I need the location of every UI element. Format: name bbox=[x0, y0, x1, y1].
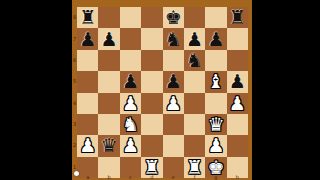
square-f8[interactable] bbox=[184, 7, 205, 28]
piece-black-pawn: ♟ bbox=[101, 29, 118, 50]
square-e6[interactable] bbox=[163, 50, 184, 71]
piece-black-pawn: ♟ bbox=[165, 71, 182, 92]
square-e7[interactable]: ♞ bbox=[163, 28, 184, 49]
square-d4[interactable] bbox=[141, 93, 162, 114]
file-label-e: e bbox=[163, 174, 184, 180]
square-c8[interactable] bbox=[120, 7, 141, 28]
piece-white-pawn: ♟ bbox=[122, 93, 139, 114]
square-a8[interactable]: ♜ bbox=[77, 7, 98, 28]
square-e5[interactable]: ♟ bbox=[163, 71, 184, 92]
square-b7[interactable]: ♟ bbox=[98, 28, 119, 49]
piece-white-queen: ♛ bbox=[207, 114, 224, 135]
square-d7[interactable] bbox=[141, 28, 162, 49]
square-g6[interactable] bbox=[205, 50, 226, 71]
square-f7[interactable]: ♟ bbox=[184, 28, 205, 49]
square-g7[interactable]: ♟ bbox=[205, 28, 226, 49]
piece-black-pawn: ♟ bbox=[207, 29, 224, 50]
piece-black-knight: ♞ bbox=[186, 50, 203, 71]
white-to-move-indicator bbox=[74, 171, 79, 176]
chess-board: 87654321 ♜♚♜♟♟♞♟♟♞♟♟♝♟♟♟♟♞♛♟♛♟♟♜♜♚ abcde… bbox=[72, 0, 252, 180]
square-d5[interactable] bbox=[141, 71, 162, 92]
square-c3[interactable]: ♞ bbox=[120, 114, 141, 135]
piece-black-pawn: ♟ bbox=[186, 29, 203, 50]
file-label-b: b bbox=[98, 174, 119, 180]
piece-black-pawn: ♟ bbox=[229, 71, 246, 92]
piece-white-pawn: ♟ bbox=[79, 135, 96, 156]
square-e8[interactable]: ♚ bbox=[163, 7, 184, 28]
piece-black-rook: ♜ bbox=[79, 7, 96, 28]
square-g4[interactable] bbox=[205, 93, 226, 114]
square-f3[interactable] bbox=[184, 114, 205, 135]
square-d8[interactable] bbox=[141, 7, 162, 28]
square-c6[interactable] bbox=[120, 50, 141, 71]
square-a3[interactable] bbox=[77, 114, 98, 135]
piece-black-pawn: ♟ bbox=[122, 71, 139, 92]
piece-white-bishop: ♝ bbox=[207, 71, 224, 92]
square-a6[interactable] bbox=[77, 50, 98, 71]
square-a7[interactable]: ♟ bbox=[77, 28, 98, 49]
piece-white-pawn: ♟ bbox=[207, 135, 224, 156]
square-b4[interactable] bbox=[98, 93, 119, 114]
square-d3[interactable] bbox=[141, 114, 162, 135]
file-label-c: c bbox=[120, 174, 141, 180]
square-a5[interactable] bbox=[77, 71, 98, 92]
square-h6[interactable] bbox=[227, 50, 248, 71]
file-label-f: f bbox=[184, 174, 205, 180]
piece-white-knight: ♞ bbox=[122, 114, 139, 135]
square-h4[interactable]: ♟ bbox=[227, 93, 248, 114]
square-c4[interactable]: ♟ bbox=[120, 93, 141, 114]
square-c7[interactable] bbox=[120, 28, 141, 49]
piece-white-pawn: ♟ bbox=[122, 135, 139, 156]
file-label-a: a bbox=[77, 174, 98, 180]
piece-black-rook: ♜ bbox=[229, 7, 246, 28]
square-a4[interactable] bbox=[77, 93, 98, 114]
square-a2[interactable]: ♟ bbox=[77, 135, 98, 156]
piece-white-pawn: ♟ bbox=[165, 93, 182, 114]
file-label-h: h bbox=[227, 174, 248, 180]
square-g2[interactable]: ♟ bbox=[205, 135, 226, 156]
square-g8[interactable] bbox=[205, 7, 226, 28]
file-label-g: g bbox=[205, 174, 226, 180]
square-h7[interactable] bbox=[227, 28, 248, 49]
square-c2[interactable]: ♟ bbox=[120, 135, 141, 156]
square-d6[interactable] bbox=[141, 50, 162, 71]
square-h2[interactable] bbox=[227, 135, 248, 156]
square-c5[interactable]: ♟ bbox=[120, 71, 141, 92]
file-labels: abcdefgh bbox=[77, 174, 248, 180]
square-b2[interactable]: ♛ bbox=[98, 135, 119, 156]
square-g3[interactable]: ♛ bbox=[205, 114, 226, 135]
video-frame: 87654321 ♜♚♜♟♟♞♟♟♞♟♟♝♟♟♟♟♞♛♟♛♟♟♜♜♚ abcde… bbox=[0, 0, 320, 180]
piece-white-pawn: ♟ bbox=[229, 93, 246, 114]
piece-black-pawn: ♟ bbox=[79, 29, 96, 50]
square-b5[interactable] bbox=[98, 71, 119, 92]
square-f2[interactable] bbox=[184, 135, 205, 156]
piece-black-king: ♚ bbox=[165, 7, 182, 28]
square-e2[interactable] bbox=[163, 135, 184, 156]
square-f5[interactable] bbox=[184, 71, 205, 92]
square-d2[interactable] bbox=[141, 135, 162, 156]
square-g5[interactable]: ♝ bbox=[205, 71, 226, 92]
square-b3[interactable] bbox=[98, 114, 119, 135]
square-f6[interactable]: ♞ bbox=[184, 50, 205, 71]
square-h8[interactable]: ♜ bbox=[227, 7, 248, 28]
piece-black-knight: ♞ bbox=[165, 29, 182, 50]
square-f4[interactable] bbox=[184, 93, 205, 114]
square-b6[interactable] bbox=[98, 50, 119, 71]
square-e3[interactable] bbox=[163, 114, 184, 135]
file-label-d: d bbox=[141, 174, 162, 180]
square-b8[interactable] bbox=[98, 7, 119, 28]
piece-black-queen: ♛ bbox=[101, 135, 118, 156]
square-h3[interactable] bbox=[227, 114, 248, 135]
square-h5[interactable]: ♟ bbox=[227, 71, 248, 92]
square-e4[interactable]: ♟ bbox=[163, 93, 184, 114]
board-squares: ♜♚♜♟♟♞♟♟♞♟♟♝♟♟♟♟♞♛♟♛♟♟♜♜♚ bbox=[77, 7, 248, 178]
